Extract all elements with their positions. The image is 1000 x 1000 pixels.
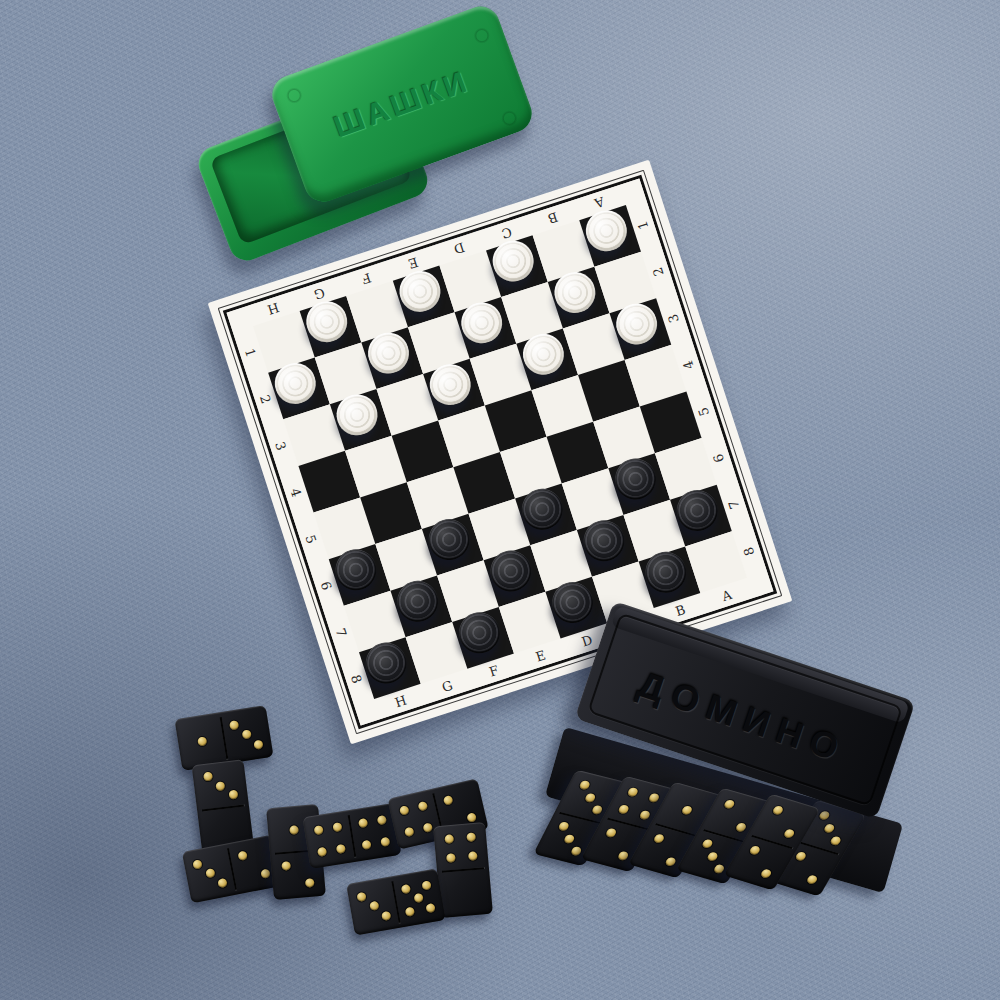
edge-letter: F [360, 270, 373, 287]
domino-pip [712, 863, 725, 874]
edge-number: 4 [680, 359, 697, 372]
domino-pip [422, 822, 433, 833]
edge-letter: G [312, 285, 327, 302]
domino-pip [557, 821, 570, 831]
domino-pip [197, 736, 207, 746]
domino-pip [425, 902, 435, 912]
edge-letter: H [393, 693, 408, 711]
domino-pip [205, 868, 216, 879]
domino-pip [466, 812, 477, 823]
domino-half-3-pips [195, 763, 246, 809]
edge-number: 2 [650, 265, 667, 278]
domino-pip [584, 792, 597, 802]
edge-number: 6 [318, 579, 335, 592]
edge-letter: A [593, 194, 607, 211]
edge-number: 6 [711, 452, 728, 465]
domino-pip [590, 804, 603, 814]
domino-pip [289, 825, 299, 835]
domino-pip [358, 818, 368, 828]
domino-pip [304, 878, 314, 888]
domino-pip [605, 828, 618, 838]
domino-pip [468, 851, 478, 861]
domino-pip [647, 793, 660, 803]
edge-letter: D [452, 239, 467, 256]
domino-pip [795, 851, 808, 862]
domino-pip [466, 832, 476, 842]
edge-number: 2 [257, 393, 274, 406]
edge-letter: D [580, 632, 595, 649]
domino-half-4-pips [306, 814, 354, 866]
edge-number: 7 [333, 626, 350, 639]
domino-pip [782, 828, 795, 839]
domino-pip [446, 853, 456, 863]
edge-number: 7 [726, 498, 743, 511]
domino-half-3-pips [350, 880, 398, 932]
domino-half-3-pips [222, 709, 270, 761]
domino-pip [706, 851, 719, 862]
edge-letter: A [720, 587, 734, 604]
domino-pip [361, 839, 371, 849]
domino-pip [443, 795, 454, 806]
domino-pip [377, 815, 387, 825]
domino-pip [638, 810, 651, 820]
domino-pip [203, 772, 213, 782]
domino-3-2 [182, 835, 282, 904]
edge-number: 5 [696, 405, 713, 418]
domino-pip [445, 834, 455, 844]
edge-letter: B [546, 209, 560, 226]
domino-pip [734, 822, 747, 833]
edge-number: 8 [348, 673, 365, 686]
domino-half-3-pips [185, 847, 234, 900]
domino-pip [618, 804, 631, 814]
edge-letter: E [534, 647, 548, 664]
domino-pip [653, 834, 666, 845]
domino-pip [238, 851, 249, 862]
domino-pip [336, 843, 346, 853]
domino-pip [817, 810, 830, 821]
domino-pip [380, 836, 390, 846]
checkers-box-lid-label: ШАШКИ [330, 64, 475, 144]
edge-letter: E [406, 255, 420, 272]
domino-pip [664, 856, 677, 867]
domino-pip [681, 805, 694, 816]
domino-pip [241, 729, 251, 739]
edge-number: 5 [303, 533, 320, 546]
domino-pip [749, 845, 762, 856]
domino-pip [357, 891, 367, 901]
domino-pip [404, 826, 415, 837]
edge-number: 1 [635, 219, 652, 232]
domino-pip [405, 906, 415, 916]
domino-pip [616, 850, 629, 860]
edge-letter: G [440, 678, 455, 695]
domino-pip [381, 910, 391, 920]
edge-number: 3 [665, 312, 682, 325]
domino-pip [314, 825, 324, 835]
domino-pip [317, 846, 327, 856]
domino-pip [229, 720, 239, 730]
domino-pip [413, 893, 423, 903]
domino-pip [563, 833, 576, 843]
domino-3-5 [346, 868, 446, 935]
domino-half-5-pips [394, 872, 442, 924]
domino-pip [282, 861, 292, 871]
domino-pip [772, 805, 785, 816]
edge-number: 8 [741, 545, 758, 558]
domino-half-0-pips [440, 870, 489, 915]
domino-pip [421, 880, 431, 890]
domino-pip [215, 781, 225, 791]
domino-pip [228, 789, 238, 799]
edge-letter: C [499, 224, 513, 241]
domino-pip [569, 846, 582, 856]
domino-pip [217, 877, 228, 888]
domino-pip [401, 883, 411, 893]
domino-pip [253, 739, 263, 749]
domino-half-4-pips [436, 825, 485, 870]
domino-pip [723, 799, 736, 810]
domino-half-1-pips [178, 716, 226, 768]
edge-number: 3 [272, 440, 289, 453]
domino-pip [369, 901, 379, 911]
domino-pip [260, 868, 271, 879]
photo-scene: ШАШКИ ···· ······················ ······… [0, 0, 1000, 1000]
domino-pip [399, 805, 410, 816]
domino-pip [578, 780, 591, 790]
edge-number: 4 [288, 486, 305, 499]
domino-pip [805, 874, 818, 885]
edge-letter: B [673, 602, 687, 619]
domino-pip [700, 839, 713, 850]
domino-pip [417, 801, 428, 812]
domino-pip [829, 835, 842, 846]
domino-pip [332, 822, 342, 832]
edge-number: 1 [242, 346, 259, 359]
edge-letter: H [265, 300, 280, 318]
domino-pip [759, 868, 772, 879]
domino-pip [192, 859, 203, 870]
edge-letter: F [487, 663, 500, 680]
domino-pip [627, 787, 640, 797]
domino-pip [823, 823, 836, 834]
